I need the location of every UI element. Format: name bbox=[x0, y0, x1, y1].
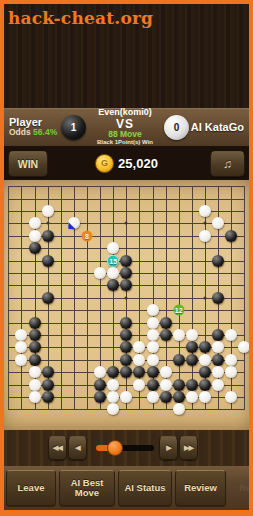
black-stone bbox=[173, 354, 185, 366]
black-stone bbox=[94, 379, 106, 391]
black-stone bbox=[212, 292, 224, 304]
grid-line-vertical bbox=[179, 186, 180, 410]
score-estimate: Black 1Point(s) Win bbox=[97, 139, 153, 145]
move-count: 88 Move bbox=[108, 130, 142, 139]
nav-step-back-button[interactable]: ◀ bbox=[68, 436, 87, 460]
black-stone bbox=[212, 255, 224, 267]
black-stone bbox=[133, 366, 145, 378]
white-stone bbox=[94, 267, 106, 279]
white-stone bbox=[147, 304, 159, 316]
black-stone bbox=[29, 317, 41, 329]
white-stone bbox=[29, 391, 41, 403]
black-stone bbox=[120, 255, 132, 267]
ai-status-button[interactable]: AI Status bbox=[118, 470, 172, 506]
white-stone bbox=[29, 379, 41, 391]
star-point bbox=[125, 296, 128, 299]
white-stone bbox=[133, 341, 145, 353]
black-stone bbox=[147, 379, 159, 391]
white-stone bbox=[160, 379, 172, 391]
black-stone bbox=[94, 391, 106, 403]
white-stone bbox=[225, 329, 237, 341]
star-point bbox=[46, 222, 49, 225]
app-screen: hack-cheat.org Player Odds 56.4% 1 Even(… bbox=[0, 0, 253, 516]
white-stone bbox=[212, 341, 224, 353]
white-stone bbox=[225, 366, 237, 378]
status-row: WIN G 25,020 ♫ bbox=[0, 146, 253, 180]
player-block: Player Odds 56.4% bbox=[9, 116, 61, 138]
nav-step-forward-button[interactable]: ▶ bbox=[159, 436, 178, 460]
black-stone bbox=[42, 379, 54, 391]
go-board[interactable]: 81512 bbox=[0, 180, 253, 430]
black-stone bbox=[42, 366, 54, 378]
white-stone bbox=[173, 403, 185, 415]
move-badge-15: 15 bbox=[108, 255, 119, 266]
black-stone bbox=[29, 329, 41, 341]
grid-line-vertical bbox=[192, 186, 193, 410]
white-stone bbox=[29, 366, 41, 378]
black-stone bbox=[225, 230, 237, 242]
white-stone bbox=[120, 391, 132, 403]
black-stone bbox=[120, 279, 132, 291]
white-stone bbox=[107, 379, 119, 391]
grid-line-horizontal bbox=[8, 409, 245, 410]
music-button[interactable]: ♫ bbox=[210, 151, 245, 177]
black-stone bbox=[160, 317, 172, 329]
black-stone bbox=[160, 329, 172, 341]
white-stone bbox=[29, 217, 41, 229]
black-stone bbox=[186, 379, 198, 391]
black-stone bbox=[29, 242, 41, 254]
black-stone bbox=[212, 354, 224, 366]
white-stone bbox=[42, 205, 54, 217]
frame-border-bottom bbox=[0, 510, 253, 516]
black-stone bbox=[107, 279, 119, 291]
white-stone bbox=[147, 317, 159, 329]
black-stone bbox=[42, 292, 54, 304]
white-stone bbox=[160, 366, 172, 378]
black-stone bbox=[42, 391, 54, 403]
black-stone bbox=[120, 329, 132, 341]
white-stone bbox=[15, 329, 27, 341]
black-stone bbox=[120, 267, 132, 279]
black-stone bbox=[173, 379, 185, 391]
black-stone bbox=[120, 354, 132, 366]
black-stone bbox=[147, 366, 159, 378]
white-stone bbox=[107, 403, 119, 415]
replay-controls: ◀◀◀▶▶▶ bbox=[0, 430, 253, 466]
black-stone bbox=[199, 379, 211, 391]
white-stone bbox=[133, 379, 145, 391]
black-stone bbox=[42, 230, 54, 242]
black-capture-count: 1 bbox=[71, 122, 77, 133]
white-stone bbox=[147, 341, 159, 353]
frame-border-right bbox=[249, 0, 253, 516]
frame-border-top bbox=[0, 0, 253, 4]
white-stone bbox=[133, 354, 145, 366]
black-stone-indicator: 1 bbox=[61, 115, 86, 140]
opponent-name: AI KataGo bbox=[191, 121, 244, 134]
white-stone bbox=[199, 205, 211, 217]
black-stone bbox=[173, 391, 185, 403]
ai-best-move-button[interactable]: AI Best Move bbox=[59, 470, 115, 506]
white-stone bbox=[186, 329, 198, 341]
coin-count: 25,020 bbox=[118, 156, 158, 171]
black-stone bbox=[29, 341, 41, 353]
coin-icon: G bbox=[95, 154, 114, 173]
black-stone bbox=[212, 329, 224, 341]
grid-line-horizontal bbox=[8, 310, 245, 311]
white-stone bbox=[199, 354, 211, 366]
white-stone bbox=[212, 366, 224, 378]
black-stone bbox=[42, 255, 54, 267]
black-stone bbox=[120, 366, 132, 378]
black-stone bbox=[107, 366, 119, 378]
leave-button[interactable]: Leave bbox=[6, 470, 56, 506]
white-stone bbox=[107, 267, 119, 279]
white-stone bbox=[186, 391, 198, 403]
ad-banner[interactable]: hack-cheat.org bbox=[0, 0, 253, 108]
white-stone bbox=[212, 217, 224, 229]
black-stone bbox=[199, 366, 211, 378]
banner-site-text[interactable]: hack-cheat.org bbox=[8, 8, 153, 28]
black-stone bbox=[160, 391, 172, 403]
move-badge-12: 12 bbox=[173, 305, 184, 316]
white-stone bbox=[107, 391, 119, 403]
white-stone bbox=[173, 329, 185, 341]
match-center-info: Even(komi0) VS 88 Move Black 1Point(s) W… bbox=[86, 108, 164, 145]
white-stone bbox=[147, 329, 159, 341]
black-stone bbox=[29, 354, 41, 366]
black-stone bbox=[186, 354, 198, 366]
action-bar: LeaveAI Best MoveAI StatusReviewRevertRe… bbox=[0, 466, 253, 510]
frame-border-left bbox=[0, 0, 4, 516]
odds-value: 56.4% bbox=[33, 127, 57, 137]
move-badge-8: 8 bbox=[81, 230, 92, 241]
star-point bbox=[203, 296, 206, 299]
player-info-bar: Player Odds 56.4% 1 Even(komi0) VS 88 Mo… bbox=[0, 108, 253, 146]
black-stone bbox=[186, 341, 198, 353]
white-stone bbox=[94, 366, 106, 378]
nav-fast-rewind-button[interactable]: ◀◀ bbox=[48, 436, 67, 460]
black-stone bbox=[120, 317, 132, 329]
white-stone bbox=[147, 391, 159, 403]
star-point bbox=[203, 222, 206, 225]
player-odds: Odds 56.4% bbox=[9, 128, 61, 138]
white-stone bbox=[212, 379, 224, 391]
white-stone bbox=[199, 391, 211, 403]
black-stone bbox=[199, 341, 211, 353]
white-stone bbox=[15, 354, 27, 366]
white-stone bbox=[15, 341, 27, 353]
star-point bbox=[125, 222, 128, 225]
move-slider[interactable] bbox=[96, 445, 154, 451]
move-slider-thumb[interactable] bbox=[107, 440, 123, 456]
nav-fast-forward-button[interactable]: ▶▶ bbox=[179, 436, 198, 460]
review-button[interactable]: Review bbox=[175, 470, 226, 506]
white-stone bbox=[29, 230, 41, 242]
white-stone-indicator: 0 bbox=[164, 115, 189, 140]
white-stone bbox=[107, 242, 119, 254]
white-stone bbox=[225, 391, 237, 403]
white-capture-count: 0 bbox=[174, 122, 180, 133]
opponent-block: AI KataGo bbox=[189, 121, 244, 134]
white-stone bbox=[225, 354, 237, 366]
black-stone bbox=[120, 341, 132, 353]
music-note-icon: ♫ bbox=[223, 157, 232, 171]
white-stone bbox=[147, 354, 159, 366]
white-stone bbox=[199, 230, 211, 242]
grid-line-vertical bbox=[244, 186, 245, 410]
